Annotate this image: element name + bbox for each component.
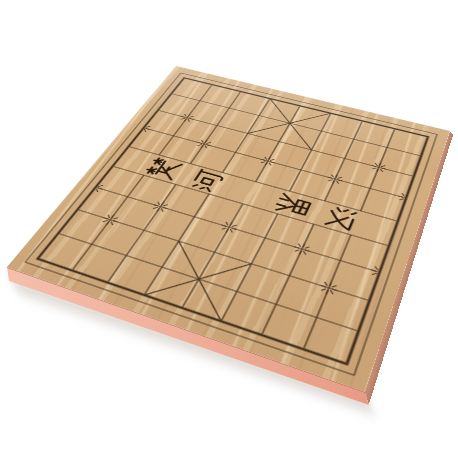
product-photo-stage (0, 0, 458, 458)
